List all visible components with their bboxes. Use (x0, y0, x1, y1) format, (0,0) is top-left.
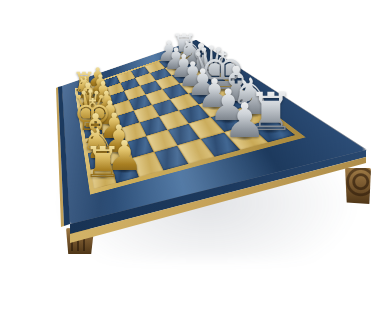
chess-set-photo: ♜♟♞♟♝♟♛♟♟♚♜♟♟♞♝♟♟♝♟♞♛♟♟♚♜♟♟♝♟♞♟♜ (0, 0, 389, 314)
piece-reflection (81, 106, 95, 111)
piece-reflection (99, 111, 114, 116)
board-leg-left (66, 228, 94, 254)
piece-reflection (94, 92, 107, 96)
piece-reflection (106, 135, 123, 141)
piece-reflection (203, 78, 220, 84)
piece-reflection (259, 127, 283, 135)
piece-reflection (241, 111, 263, 118)
piece-reflection (185, 62, 200, 67)
piece-reflection (233, 134, 256, 142)
piece-reflection (176, 75, 192, 80)
piece-reflection (184, 83, 201, 89)
piece-reflection (92, 85, 105, 89)
piece-reflection (162, 60, 176, 65)
piece-reflection (85, 128, 101, 133)
board-leg-right (344, 168, 371, 204)
piece-reflection (90, 156, 108, 162)
piece-reflection (226, 98, 246, 105)
piece-reflection (96, 101, 110, 106)
